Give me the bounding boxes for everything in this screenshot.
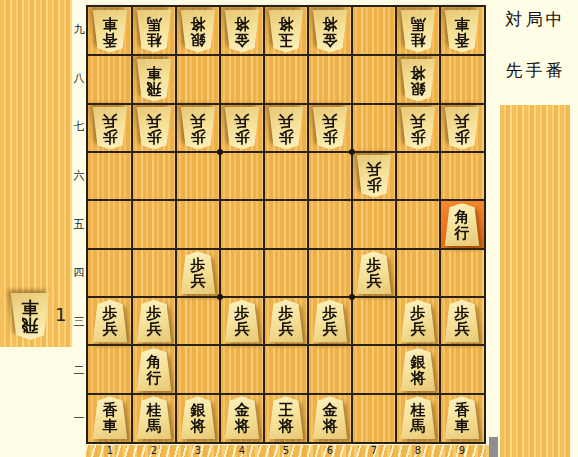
piece-kanji: 将	[191, 418, 206, 434]
piece-kanji: 車	[103, 15, 118, 31]
piece-歩兵[interactable]: 歩兵	[136, 300, 172, 343]
piece-kanji: 兵	[323, 112, 338, 128]
piece-kanji: 歩	[191, 128, 206, 144]
piece-歩兵[interactable]: 歩兵	[444, 300, 480, 343]
piece-kanji: 馬	[147, 15, 162, 31]
piece-金将[interactable]: 金将	[312, 396, 348, 439]
piece-kanji: 兵	[279, 112, 294, 128]
piece-kanji: 兵	[103, 321, 118, 337]
piece-歩兵[interactable]: 歩兵	[268, 300, 304, 343]
piece-桂馬[interactable]: 桂馬	[136, 10, 172, 53]
piece-香車[interactable]: 香車	[444, 396, 480, 439]
board-cell-file5-rank五[interactable]	[264, 200, 308, 248]
captured-piece-char-1: 飛	[22, 317, 39, 335]
file-label: 3	[195, 445, 201, 457]
sente-view-right-capture-tray[interactable]	[500, 105, 570, 457]
piece-kanji: 将	[191, 15, 206, 31]
piece-kanji: 歩	[455, 128, 470, 144]
piece-飛車[interactable]: 飛車	[136, 58, 172, 101]
file-label: 9	[459, 445, 465, 457]
board-cell-file5-rank四[interactable]	[264, 249, 308, 297]
rank-labels: 九八七六五四三二一	[72, 5, 86, 443]
board-cell-file9-rank六[interactable]	[440, 152, 484, 200]
piece-kanji: 兵	[147, 112, 162, 128]
piece-kanji: 歩	[147, 128, 162, 144]
piece-kanji: 角	[147, 353, 162, 369]
rank-label: 七	[72, 102, 86, 151]
rank-label: 九	[72, 5, 86, 54]
piece-kanji: 将	[279, 418, 294, 434]
piece-kanji: 兵	[191, 273, 206, 289]
board-cell-file4-rank二[interactable]	[220, 345, 264, 393]
board-cell-file2-rank五[interactable]	[132, 200, 176, 248]
piece-kanji: 香	[455, 31, 470, 47]
piece-kanji: 歩	[411, 305, 426, 321]
piece-歩兵[interactable]: 歩兵	[356, 251, 392, 294]
captured-rook-piece[interactable]: 飛車	[10, 293, 50, 340]
piece-歩兵[interactable]: 歩兵	[312, 106, 348, 149]
piece-角行[interactable]: 角行	[444, 203, 480, 246]
file-label: 6	[327, 445, 333, 457]
piece-kanji: 桂	[411, 31, 426, 47]
file-label: 4	[239, 445, 245, 457]
piece-kanji: 飛	[147, 80, 162, 96]
piece-kanji: 兵	[235, 112, 250, 128]
rank-label: 六	[72, 151, 86, 200]
rank-label: 二	[72, 346, 86, 395]
board-cell-file3-rank六[interactable]	[176, 152, 220, 200]
board-cell-file6-rank二[interactable]	[308, 345, 352, 393]
piece-kanji: 将	[411, 369, 426, 385]
piece-kanji: 歩	[235, 128, 250, 144]
piece-kanji: 馬	[411, 15, 426, 31]
piece-kanji: 角	[455, 208, 470, 224]
piece-kanji: 金	[235, 31, 250, 47]
piece-kanji: 兵	[411, 321, 426, 337]
piece-kanji: 兵	[367, 160, 382, 176]
game-status: 対局中	[490, 8, 578, 31]
board-cell-file4-rank五[interactable]	[220, 200, 264, 248]
piece-金将[interactable]: 金将	[312, 10, 348, 53]
piece-kanji: 歩	[323, 305, 338, 321]
board-cell-file6-rank五[interactable]	[308, 200, 352, 248]
piece-kanji: 兵	[147, 321, 162, 337]
piece-歩兵[interactable]: 歩兵	[400, 300, 436, 343]
piece-kanji: 兵	[103, 112, 118, 128]
captured-piece-char-2: 車	[22, 298, 39, 316]
piece-kanji: 歩	[103, 128, 118, 144]
rank-label: 五	[72, 200, 86, 249]
board-cell-file9-rank二[interactable]	[440, 345, 484, 393]
board-cell-file1-rank五[interactable]	[88, 200, 132, 248]
piece-kanji: 行	[455, 224, 470, 240]
piece-kanji: 車	[455, 15, 470, 31]
piece-歩兵[interactable]: 歩兵	[268, 106, 304, 149]
board-cell-file6-rank八[interactable]	[308, 55, 352, 103]
piece-kanji: 歩	[235, 305, 250, 321]
piece-歩兵[interactable]: 歩兵	[136, 106, 172, 149]
file-label: 7	[371, 445, 377, 457]
rank-label: 四	[72, 248, 86, 297]
board-cell-file4-rank八[interactable]	[220, 55, 264, 103]
piece-kanji: 香	[103, 401, 118, 417]
board-cell-file8-rank六[interactable]	[396, 152, 440, 200]
piece-kanji: 桂	[411, 401, 426, 417]
piece-歩兵[interactable]: 歩兵	[356, 155, 392, 198]
piece-香車[interactable]: 香車	[92, 396, 128, 439]
piece-kanji: 王	[279, 401, 294, 417]
piece-歩兵[interactable]: 歩兵	[180, 251, 216, 294]
rank-label: 三	[72, 297, 86, 346]
board-cell-file5-rank二[interactable]	[264, 345, 308, 393]
piece-銀将[interactable]: 銀将	[400, 58, 436, 101]
piece-銀将[interactable]: 銀将	[180, 396, 216, 439]
turn-indicator: 先手番	[490, 59, 578, 82]
piece-kanji: 馬	[147, 418, 162, 434]
piece-kanji: 兵	[455, 112, 470, 128]
board-cell-file7-rank七[interactable]	[352, 104, 396, 152]
piece-kanji: 歩	[323, 128, 338, 144]
board-cell-file3-rank二[interactable]	[176, 345, 220, 393]
board-cell-file1-rank四[interactable]	[88, 249, 132, 297]
piece-kanji: 兵	[191, 112, 206, 128]
board-cell-file5-rank八[interactable]	[264, 55, 308, 103]
piece-kanji: 将	[411, 64, 426, 80]
gote-view-left-capture-tray[interactable]: 飛車	[0, 0, 72, 347]
piece-kanji: 銀	[191, 401, 206, 417]
captured-count: 1	[55, 304, 66, 325]
piece-kanji: 車	[455, 418, 470, 434]
piece-kanji: 歩	[279, 305, 294, 321]
piece-桂馬[interactable]: 桂馬	[400, 396, 436, 439]
file-labels-strip: 123456789	[86, 445, 490, 457]
piece-kanji: 兵	[367, 273, 382, 289]
piece-kanji: 歩	[103, 305, 118, 321]
board-cell-file2-rank六[interactable]	[132, 152, 176, 200]
piece-kanji: 兵	[455, 321, 470, 337]
piece-kanji: 歩	[367, 256, 382, 272]
piece-kanji: 将	[235, 418, 250, 434]
board-cell-file4-rank四[interactable]	[220, 249, 264, 297]
piece-kanji: 将	[323, 15, 338, 31]
piece-歩兵[interactable]: 歩兵	[224, 106, 260, 149]
piece-kanji: 車	[103, 418, 118, 434]
file-label: 5	[283, 445, 289, 457]
piece-歩兵[interactable]: 歩兵	[92, 300, 128, 343]
shogi-app-window: 飛車 1 九八七六五四三二一 香車桂馬銀将金将玉将金将桂馬香車飛車銀将歩兵歩兵歩…	[0, 0, 578, 457]
piece-銀将[interactable]: 銀将	[400, 348, 436, 391]
piece-桂馬[interactable]: 桂馬	[400, 10, 436, 53]
piece-kanji: 車	[147, 64, 162, 80]
piece-kanji: 金	[235, 401, 250, 417]
piece-kanji: 兵	[323, 321, 338, 337]
piece-kanji: 歩	[367, 176, 382, 192]
piece-kanji: 馬	[411, 418, 426, 434]
piece-桂馬[interactable]: 桂馬	[136, 396, 172, 439]
piece-kanji: 歩	[455, 305, 470, 321]
piece-kanji: 兵	[235, 321, 250, 337]
board-cell-file1-rank二[interactable]	[88, 345, 132, 393]
piece-kanji: 歩	[191, 256, 206, 272]
piece-歩兵[interactable]: 歩兵	[400, 106, 436, 149]
board-cell-file8-rank四[interactable]	[396, 249, 440, 297]
piece-角行[interactable]: 角行	[136, 348, 172, 391]
scrollbar-corner	[489, 437, 498, 457]
rank-label: 八	[72, 54, 86, 103]
piece-kanji: 兵	[279, 321, 294, 337]
board-cell-file3-rank五[interactable]	[176, 200, 220, 248]
board-cell-file7-rank一[interactable]	[352, 394, 396, 442]
board-cell-file7-rank九[interactable]	[352, 7, 396, 55]
board-cell-file5-rank六[interactable]	[264, 152, 308, 200]
file-label: 1	[107, 445, 113, 457]
board-cell-file9-rank八[interactable]	[440, 55, 484, 103]
piece-香車[interactable]: 香車	[92, 10, 128, 53]
piece-kanji: 玉	[279, 31, 294, 47]
piece-kanji: 銀	[191, 31, 206, 47]
board-cell-file1-rank六[interactable]	[88, 152, 132, 200]
piece-王将[interactable]: 王将	[268, 396, 304, 439]
piece-kanji: 桂	[147, 401, 162, 417]
piece-香車[interactable]: 香車	[444, 10, 480, 53]
board-cell-file9-rank四[interactable]	[440, 249, 484, 297]
piece-歩兵[interactable]: 歩兵	[224, 300, 260, 343]
board-cell-file7-rank五[interactable]	[352, 200, 396, 248]
piece-kanji: 歩	[279, 128, 294, 144]
board-cell-file3-rank三[interactable]	[176, 297, 220, 345]
piece-歩兵[interactable]: 歩兵	[444, 106, 480, 149]
board-cell-file1-rank八[interactable]	[88, 55, 132, 103]
board-cell-file7-rank三[interactable]	[352, 297, 396, 345]
piece-kanji: 兵	[411, 112, 426, 128]
piece-kanji: 将	[279, 15, 294, 31]
piece-金将[interactable]: 金将	[224, 10, 260, 53]
piece-kanji: 香	[103, 31, 118, 47]
file-label: 8	[415, 445, 421, 457]
file-label: 2	[151, 445, 157, 457]
board-cell-file6-rank四[interactable]	[308, 249, 352, 297]
board-cell-file8-rank五[interactable]	[396, 200, 440, 248]
piece-kanji: 金	[323, 401, 338, 417]
status-panel: 対局中 先手番	[490, 0, 578, 82]
shogi-board[interactable]: 香車桂馬銀将金将玉将金将桂馬香車飛車銀将歩兵歩兵歩兵歩兵歩兵歩兵歩兵歩兵歩兵角行…	[86, 5, 486, 444]
piece-金将[interactable]: 金将	[224, 396, 260, 439]
piece-kanji: 将	[323, 418, 338, 434]
piece-歩兵[interactable]: 歩兵	[180, 106, 216, 149]
board-cell-file4-rank六[interactable]	[220, 152, 264, 200]
piece-kanji: 銀	[411, 80, 426, 96]
piece-kanji: 金	[323, 31, 338, 47]
piece-kanji: 香	[455, 401, 470, 417]
board-cell-file7-rank八[interactable]	[352, 55, 396, 103]
piece-歩兵[interactable]: 歩兵	[92, 106, 128, 149]
piece-kanji: 将	[235, 15, 250, 31]
piece-玉将[interactable]: 玉将	[268, 10, 304, 53]
rank-label: 一	[72, 394, 86, 443]
piece-kanji: 銀	[411, 353, 426, 369]
piece-kanji: 行	[147, 369, 162, 385]
board-cell-file7-rank二[interactable]	[352, 345, 396, 393]
piece-銀将[interactable]: 銀将	[180, 10, 216, 53]
piece-歩兵[interactable]: 歩兵	[312, 300, 348, 343]
board-cell-file6-rank六[interactable]	[308, 152, 352, 200]
piece-kanji: 桂	[147, 31, 162, 47]
piece-kanji: 歩	[147, 305, 162, 321]
board-cell-file3-rank八[interactable]	[176, 55, 220, 103]
board-cell-file2-rank四[interactable]	[132, 249, 176, 297]
piece-kanji: 歩	[411, 128, 426, 144]
